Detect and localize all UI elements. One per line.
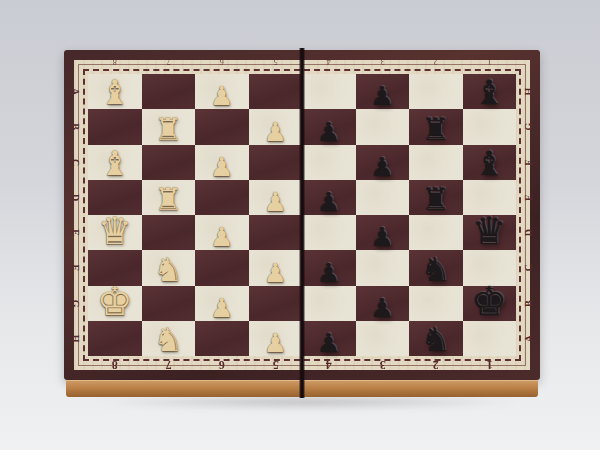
square-g7[interactable]: [142, 286, 196, 321]
square-e7[interactable]: [142, 215, 196, 250]
piece-white-pawn[interactable]: ♟: [264, 260, 287, 286]
square-e1[interactable]: ♛: [463, 215, 517, 250]
square-h2[interactable]: ♞: [409, 321, 463, 356]
square-h8[interactable]: [88, 321, 142, 356]
square-g5[interactable]: [249, 286, 303, 321]
square-c3[interactable]: ♟: [356, 145, 410, 180]
piece-white-rook[interactable]: ♜: [154, 114, 182, 145]
piece-white-pawn[interactable]: ♟: [210, 154, 233, 180]
board-floor-shadow: [88, 395, 524, 409]
square-d3[interactable]: [356, 180, 410, 215]
piece-white-pawn[interactable]: ♟: [264, 119, 287, 145]
piece-white-pawn[interactable]: ♟: [264, 330, 287, 356]
piece-black-knight[interactable]: ♞: [421, 253, 451, 286]
piece-white-pawn[interactable]: ♟: [210, 83, 233, 109]
piece-black-pawn[interactable]: ♟: [317, 330, 340, 356]
square-a3[interactable]: ♟: [356, 74, 410, 109]
piece-white-king[interactable]: ♚: [97, 281, 133, 321]
square-b3[interactable]: [356, 109, 410, 144]
piece-black-knight[interactable]: ♞: [421, 323, 451, 356]
piece-black-rook[interactable]: ♜: [422, 114, 450, 145]
square-h6[interactable]: [195, 321, 249, 356]
square-c4[interactable]: [302, 145, 356, 180]
square-d6[interactable]: [195, 180, 249, 215]
square-c5[interactable]: [249, 145, 303, 180]
square-b4[interactable]: ♟: [302, 109, 356, 144]
square-h1[interactable]: [463, 321, 517, 356]
square-d4[interactable]: ♟: [302, 180, 356, 215]
piece-black-bishop[interactable]: ♝: [474, 146, 504, 180]
piece-white-rook[interactable]: ♜: [154, 184, 182, 215]
square-h5[interactable]: ♟: [249, 321, 303, 356]
piece-black-pawn[interactable]: ♟: [371, 224, 394, 250]
piece-white-bishop[interactable]: ♝: [100, 146, 130, 180]
square-f6[interactable]: [195, 250, 249, 285]
piece-white-pawn[interactable]: ♟: [264, 189, 287, 215]
square-c7[interactable]: [142, 145, 196, 180]
piece-white-pawn[interactable]: ♟: [210, 224, 233, 250]
square-g4[interactable]: [302, 286, 356, 321]
square-d7[interactable]: ♜: [142, 180, 196, 215]
square-f4[interactable]: ♟: [302, 250, 356, 285]
square-e2[interactable]: [409, 215, 463, 250]
square-g3[interactable]: ♟: [356, 286, 410, 321]
square-a5[interactable]: [249, 74, 303, 109]
piece-white-knight[interactable]: ♞: [153, 253, 183, 286]
piece-black-rook[interactable]: ♜: [422, 184, 450, 215]
piece-white-bishop[interactable]: ♝: [100, 75, 130, 109]
piece-black-pawn[interactable]: ♟: [317, 260, 340, 286]
square-b5[interactable]: ♟: [249, 109, 303, 144]
square-d5[interactable]: ♟: [249, 180, 303, 215]
piece-black-queen[interactable]: ♛: [472, 212, 506, 250]
square-c6[interactable]: ♟: [195, 145, 249, 180]
square-d2[interactable]: ♜: [409, 180, 463, 215]
square-a6[interactable]: ♟: [195, 74, 249, 109]
square-b1[interactable]: [463, 109, 517, 144]
square-a1[interactable]: ♝: [463, 74, 517, 109]
square-a4[interactable]: [302, 74, 356, 109]
piece-black-bishop[interactable]: ♝: [474, 75, 504, 109]
piece-black-pawn[interactable]: ♟: [317, 189, 340, 215]
square-b2[interactable]: ♜: [409, 109, 463, 144]
square-g2[interactable]: [409, 286, 463, 321]
square-h3[interactable]: [356, 321, 410, 356]
piece-black-pawn[interactable]: ♟: [371, 154, 394, 180]
square-e4[interactable]: [302, 215, 356, 250]
square-g1[interactable]: ♚: [463, 286, 517, 321]
square-b6[interactable]: [195, 109, 249, 144]
square-f5[interactable]: ♟: [249, 250, 303, 285]
square-e5[interactable]: [249, 215, 303, 250]
piece-white-knight[interactable]: ♞: [153, 323, 183, 356]
square-b8[interactable]: [88, 109, 142, 144]
square-e6[interactable]: ♟: [195, 215, 249, 250]
piece-black-pawn[interactable]: ♟: [371, 83, 394, 109]
square-c1[interactable]: ♝: [463, 145, 517, 180]
piece-black-pawn[interactable]: ♟: [317, 119, 340, 145]
square-a7[interactable]: [142, 74, 196, 109]
square-c8[interactable]: ♝: [88, 145, 142, 180]
square-a8[interactable]: ♝: [88, 74, 142, 109]
piece-black-king[interactable]: ♚: [471, 281, 507, 321]
board-fold-seam: [299, 48, 305, 398]
square-c2[interactable]: [409, 145, 463, 180]
square-h4[interactable]: ♟: [302, 321, 356, 356]
piece-white-pawn[interactable]: ♟: [210, 295, 233, 321]
square-f3[interactable]: [356, 250, 410, 285]
square-g6[interactable]: ♟: [195, 286, 249, 321]
square-e3[interactable]: ♟: [356, 215, 410, 250]
square-h7[interactable]: ♞: [142, 321, 196, 356]
piece-white-queen[interactable]: ♛: [98, 212, 132, 250]
square-f2[interactable]: ♞: [409, 250, 463, 285]
piece-black-pawn[interactable]: ♟: [371, 295, 394, 321]
photo-scene: ♝♟♟♝♜♟♟♜♝♟♟♝♜♟♟♜♛♟♟♛♞♟♟♞♚♟♟♚♞♟♟♞ 8765432…: [0, 0, 600, 450]
square-e8[interactable]: ♛: [88, 215, 142, 250]
square-g8[interactable]: ♚: [88, 286, 142, 321]
square-f7[interactable]: ♞: [142, 250, 196, 285]
square-b7[interactable]: ♜: [142, 109, 196, 144]
square-a2[interactable]: [409, 74, 463, 109]
